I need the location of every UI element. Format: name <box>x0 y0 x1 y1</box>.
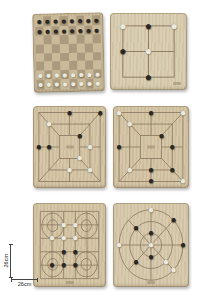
cell: ● <box>136 39 162 65</box>
cell: ● <box>136 64 162 90</box>
black-piece[interactable]: ● <box>77 131 83 141</box>
cell <box>93 52 101 61</box>
black-piece[interactable]: ● <box>133 223 139 233</box>
cell <box>93 272 105 285</box>
cell <box>36 44 44 53</box>
cell <box>36 53 44 62</box>
black-piece[interactable]: ● <box>61 26 67 36</box>
cell <box>34 258 46 271</box>
cell: ● <box>69 79 77 89</box>
cell <box>34 218 46 231</box>
black-piece[interactable]: ● <box>36 26 42 36</box>
black-piece[interactable]: ● <box>148 228 154 238</box>
cell <box>52 35 60 44</box>
width-dimension-label: 26cm <box>18 281 31 287</box>
cell <box>93 232 105 245</box>
brand-stamp <box>147 281 155 284</box>
height-dimension-line <box>10 244 11 278</box>
black-piece[interactable]: ● <box>148 165 154 175</box>
height-dimension: 26cm <box>3 244 11 278</box>
cell: ● <box>70 232 82 245</box>
black-piece[interactable]: ● <box>49 260 55 270</box>
board-nine-mens-morris-1: ●●●●●●●●●● <box>33 106 106 188</box>
cell <box>85 52 93 61</box>
cell: ● <box>110 13 136 39</box>
cell: ● <box>52 26 60 36</box>
black-piece[interactable]: ● <box>145 20 152 32</box>
cell: ● <box>58 258 70 271</box>
black-piece[interactable]: ● <box>148 176 154 186</box>
white-piece[interactable]: ● <box>87 165 93 175</box>
cell <box>52 53 60 62</box>
cell <box>93 34 101 43</box>
cell <box>70 205 82 218</box>
white-piece[interactable]: ● <box>61 233 67 243</box>
white-piece[interactable]: ● <box>116 108 122 118</box>
white-piece[interactable]: ● <box>46 119 52 129</box>
black-piece[interactable]: ● <box>119 45 126 57</box>
cell: ● <box>58 218 70 231</box>
black-piece[interactable]: ● <box>133 257 139 267</box>
cell: ● <box>60 26 68 36</box>
white-piece[interactable]: ● <box>72 233 78 243</box>
cell <box>85 43 93 52</box>
white-piece[interactable]: ● <box>87 142 93 152</box>
white-piece[interactable]: ● <box>72 220 78 230</box>
cell <box>46 205 58 218</box>
board-round-mill: ●●●●●●●●●●● <box>113 203 189 287</box>
board-nine-mens-morris-2: ●●●●●●●●●●●● <box>113 106 189 188</box>
cell: ● <box>70 218 82 231</box>
cell <box>60 35 68 44</box>
white-piece[interactable]: ● <box>54 80 60 90</box>
cell: ● <box>43 26 51 36</box>
black-piece[interactable]: ● <box>85 25 91 35</box>
cell <box>93 218 105 231</box>
cell <box>81 218 93 231</box>
cell <box>93 245 105 258</box>
cell: ● <box>58 245 70 258</box>
black-piece[interactable]: ● <box>169 165 175 175</box>
cell <box>46 272 58 285</box>
white-piece[interactable]: ● <box>62 79 68 89</box>
cell: ● <box>70 245 82 258</box>
white-piece[interactable]: ● <box>148 240 154 250</box>
black-piece[interactable]: ● <box>61 247 67 257</box>
black-piece[interactable]: ● <box>159 131 165 141</box>
draughts-squares: ●●●●●●●●●●●●●●●●●●●●●●●●●●●●●●●● <box>35 15 102 89</box>
cell <box>44 44 52 53</box>
black-piece[interactable]: ● <box>77 25 83 35</box>
height-dimension-label: 26cm <box>3 254 9 267</box>
surakarta-points: ●●●●●●●●●● <box>34 205 104 286</box>
black-piece[interactable]: ● <box>72 247 78 257</box>
cell: ● <box>85 79 93 89</box>
cell <box>81 272 93 285</box>
black-piece[interactable]: ● <box>61 260 67 270</box>
black-piece[interactable]: ● <box>180 240 186 250</box>
white-piece[interactable]: ● <box>46 80 52 90</box>
cell <box>69 52 77 61</box>
black-piece[interactable]: ● <box>94 25 100 35</box>
white-piece[interactable]: ● <box>77 153 83 163</box>
white-piece[interactable]: ● <box>148 205 154 215</box>
cell <box>161 39 187 65</box>
product-photo: ●●●●●●●●●●●●●●●●●●●●●●●●●●●●●●●● ●●●●●● … <box>0 0 200 300</box>
black-piece[interactable]: ● <box>97 108 103 118</box>
white-piece[interactable]: ● <box>180 176 186 186</box>
cell <box>58 205 70 218</box>
cell <box>34 205 46 218</box>
white-piece[interactable]: ● <box>127 119 133 129</box>
cell <box>93 43 101 52</box>
cell <box>76 43 84 52</box>
brand-stamp <box>66 146 74 149</box>
cell <box>81 232 93 245</box>
black-piece[interactable]: ● <box>36 142 42 152</box>
brand-stamp <box>173 82 181 85</box>
cell <box>35 36 43 45</box>
cell: ● <box>53 80 61 90</box>
white-piece[interactable]: ● <box>163 257 169 267</box>
white-piece[interactable]: ● <box>87 79 93 89</box>
cell: ● <box>84 25 92 35</box>
cell <box>68 35 76 44</box>
cell <box>81 258 93 271</box>
cell <box>46 245 58 258</box>
width-dimension: 26cm <box>11 279 38 287</box>
cell <box>81 205 93 218</box>
cell <box>52 44 60 53</box>
cell: ● <box>45 80 53 90</box>
cell <box>161 64 187 90</box>
white-piece[interactable]: ● <box>119 20 126 32</box>
cell <box>34 245 46 258</box>
board-achi: ●●●●●● <box>110 13 187 90</box>
cell <box>68 44 76 53</box>
cell <box>110 64 136 90</box>
achi-points: ●●●●●● <box>110 13 187 90</box>
black-piece[interactable]: ● <box>72 260 78 270</box>
white-piece[interactable]: ● <box>95 79 101 89</box>
cell: ● <box>58 232 70 245</box>
white-piece[interactable]: ● <box>49 233 55 243</box>
white-piece[interactable]: ● <box>116 240 122 250</box>
cell: ● <box>61 79 69 89</box>
black-piece[interactable]: ● <box>53 26 59 36</box>
cell: ● <box>70 258 82 271</box>
cell <box>34 232 46 245</box>
cell <box>44 36 52 45</box>
board-surakarta: ●●●●●●●●●● <box>33 203 106 287</box>
black-piece[interactable]: ● <box>148 108 154 118</box>
cell <box>46 218 58 231</box>
cell: ● <box>94 79 102 89</box>
width-dimension-line <box>11 279 38 280</box>
cell: ● <box>35 26 43 36</box>
white-piece[interactable]: ● <box>171 20 178 32</box>
black-piece[interactable]: ● <box>171 215 177 225</box>
black-piece[interactable]: ● <box>148 252 154 262</box>
white-piece[interactable]: ● <box>38 80 44 90</box>
black-piece[interactable]: ● <box>145 71 152 83</box>
white-piece[interactable]: ● <box>127 165 133 175</box>
white-piece[interactable]: ● <box>70 79 76 89</box>
cell: ● <box>46 258 58 271</box>
board-turkish-draughts: ●●●●●●●●●●●●●●●●●●●●●●●●●●●●●●●● <box>32 12 105 92</box>
cell <box>60 53 68 62</box>
white-piece[interactable]: ● <box>171 265 177 275</box>
cell <box>44 53 52 62</box>
white-piece[interactable]: ● <box>78 79 84 89</box>
cell: ● <box>110 39 136 65</box>
cell: ● <box>161 13 187 39</box>
cell: ● <box>36 80 44 90</box>
brand-stamp <box>66 281 74 284</box>
black-piece[interactable]: ● <box>116 142 122 152</box>
brand-stamp <box>147 146 155 149</box>
cell: ● <box>46 232 58 245</box>
cell <box>84 35 92 44</box>
white-piece[interactable]: ● <box>61 220 67 230</box>
black-piece[interactable]: ● <box>169 142 175 152</box>
white-piece[interactable]: ● <box>180 108 186 118</box>
cell <box>60 44 68 53</box>
cell <box>81 245 93 258</box>
cell: ● <box>68 25 76 35</box>
black-piece[interactable]: ● <box>69 26 75 36</box>
black-piece[interactable]: ● <box>66 108 72 118</box>
cell <box>76 35 84 44</box>
white-piece[interactable]: ● <box>145 45 152 57</box>
cell: ● <box>77 79 85 89</box>
black-piece[interactable]: ● <box>45 26 51 36</box>
white-piece[interactable]: ● <box>66 165 72 175</box>
cell: ● <box>92 25 100 35</box>
cell <box>93 258 105 271</box>
black-piece[interactable]: ● <box>46 142 52 152</box>
cell: ● <box>76 25 84 35</box>
cell: ● <box>136 13 162 39</box>
cell <box>77 52 85 61</box>
cell <box>93 205 105 218</box>
